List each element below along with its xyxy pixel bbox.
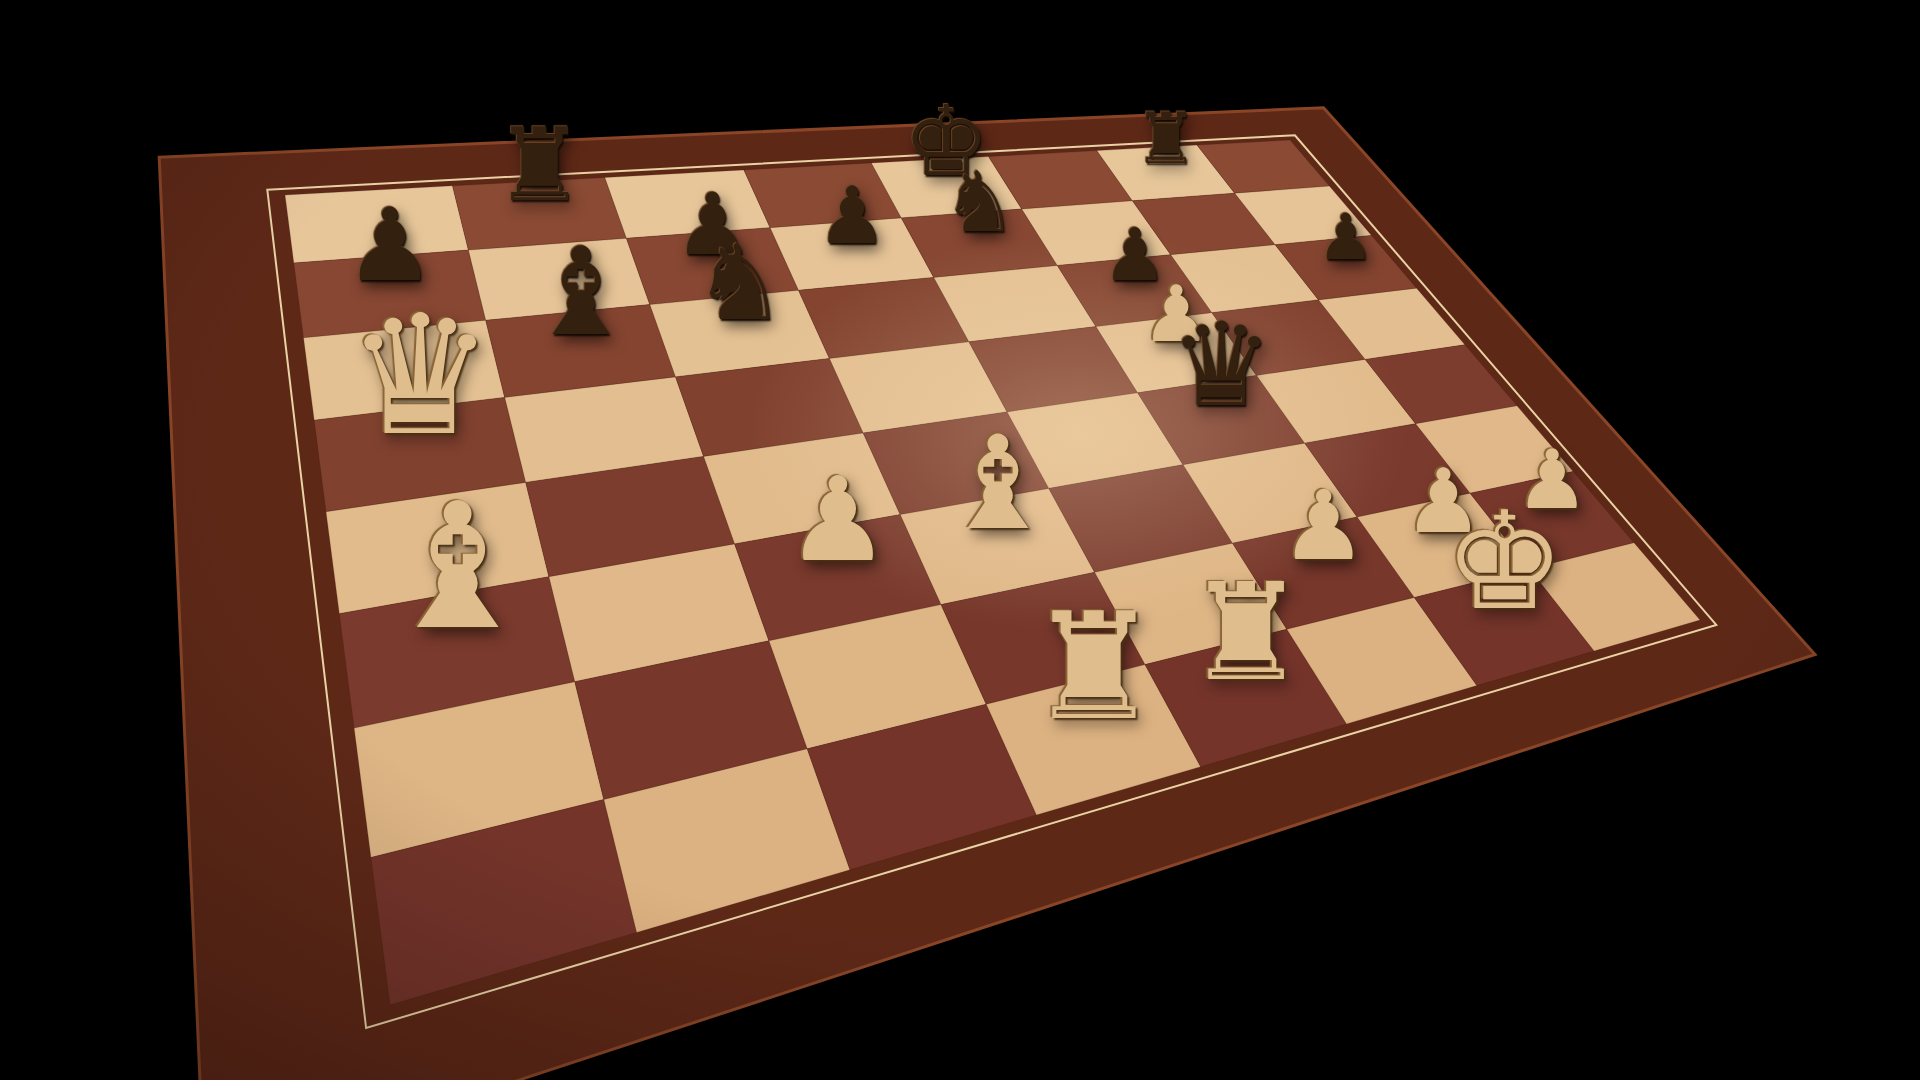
black-bishop-b6[interactable]: ♝ <box>505 232 656 354</box>
black-queen-f4[interactable]: ♛ <box>1150 307 1294 423</box>
black-rook-g8[interactable]: ♜ <box>1122 104 1210 175</box>
white-queen-a5[interactable]: ♛ <box>318 293 523 459</box>
black-pawn-h6[interactable]: ♟ <box>1307 206 1386 269</box>
chess-3d-scene: ♜♚♜♟♟♟♞♝♞♟♟♛♟♛♝♟♝♟♟♟♜♜♚ <box>0 0 1920 1080</box>
white-king-g1[interactable]: ♚ <box>1421 495 1588 630</box>
white-rook-e1[interactable]: ♜ <box>1163 566 1329 700</box>
white-rook-d1[interactable]: ♜ <box>1002 594 1185 742</box>
white-bishop-a3[interactable]: ♝ <box>350 481 566 655</box>
white-pawn-c3[interactable]: ♟ <box>766 462 911 579</box>
black-pawn-d7[interactable]: ♟ <box>803 177 901 256</box>
black-rook-b8[interactable]: ♜ <box>477 115 602 216</box>
black-knight-c6[interactable]: ♞ <box>675 231 805 336</box>
black-knight-e7[interactable]: ♞ <box>928 161 1032 245</box>
white-bishop-d3[interactable]: ♝ <box>918 419 1078 548</box>
